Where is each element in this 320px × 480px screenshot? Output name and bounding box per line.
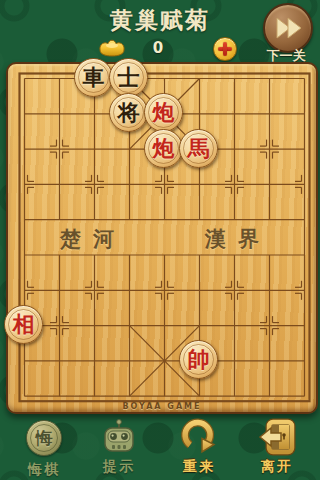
next-level-button[interactable] — [263, 3, 313, 53]
hint-button[interactable]: 提示 — [83, 417, 155, 477]
undo-piece-icon: 悔 — [26, 420, 62, 456]
restart-label: 重来 — [163, 458, 235, 476]
exit-door-icon — [257, 417, 297, 457]
leave-label: 离开 — [241, 458, 313, 476]
gold-ingot-icon — [97, 37, 127, 57]
hint-label: 提示 — [83, 458, 155, 476]
river-label-left: 楚河 — [48, 225, 126, 253]
add-coins-button[interactable] — [213, 37, 237, 61]
piece-character: 車 — [83, 59, 105, 96]
piece-black-chariot[interactable]: 車 — [74, 58, 113, 97]
piece-character: 炮 — [153, 130, 175, 167]
restart-icon — [179, 417, 219, 457]
piece-character: 炮 — [153, 94, 175, 131]
undo-button[interactable]: 悔 悔棋 — [8, 417, 80, 477]
restart-button[interactable]: 重来 — [163, 417, 235, 477]
piece-character: 帥 — [188, 341, 210, 378]
piece-character: 士 — [118, 59, 140, 96]
robot-icon — [99, 417, 139, 457]
fast-forward-icon — [265, 5, 311, 51]
piece-red-elephant[interactable]: 相 — [4, 305, 43, 344]
piece-character: 馬 — [188, 130, 210, 167]
undo-label: 悔棋 — [8, 461, 80, 479]
piece-red-cannon[interactable]: 炮 — [144, 129, 183, 168]
river-label-right: 漢界 — [193, 225, 271, 253]
coin-count: 0 — [138, 39, 178, 57]
piece-character: 将 — [118, 94, 140, 131]
brand-text: BOYAA GAME — [8, 402, 316, 411]
piece-black-advisor[interactable]: 士 — [109, 58, 148, 97]
xiangqi-app: 黄巢赋菊 0 下一关 楚河 漢界 BOYAA GAME 車士将炮炮馬相帥 悔 悔… — [0, 0, 320, 480]
piece-character: 相 — [13, 306, 35, 343]
leave-button[interactable]: 离开 — [241, 417, 313, 477]
piece-red-horse[interactable]: 馬 — [179, 129, 218, 168]
